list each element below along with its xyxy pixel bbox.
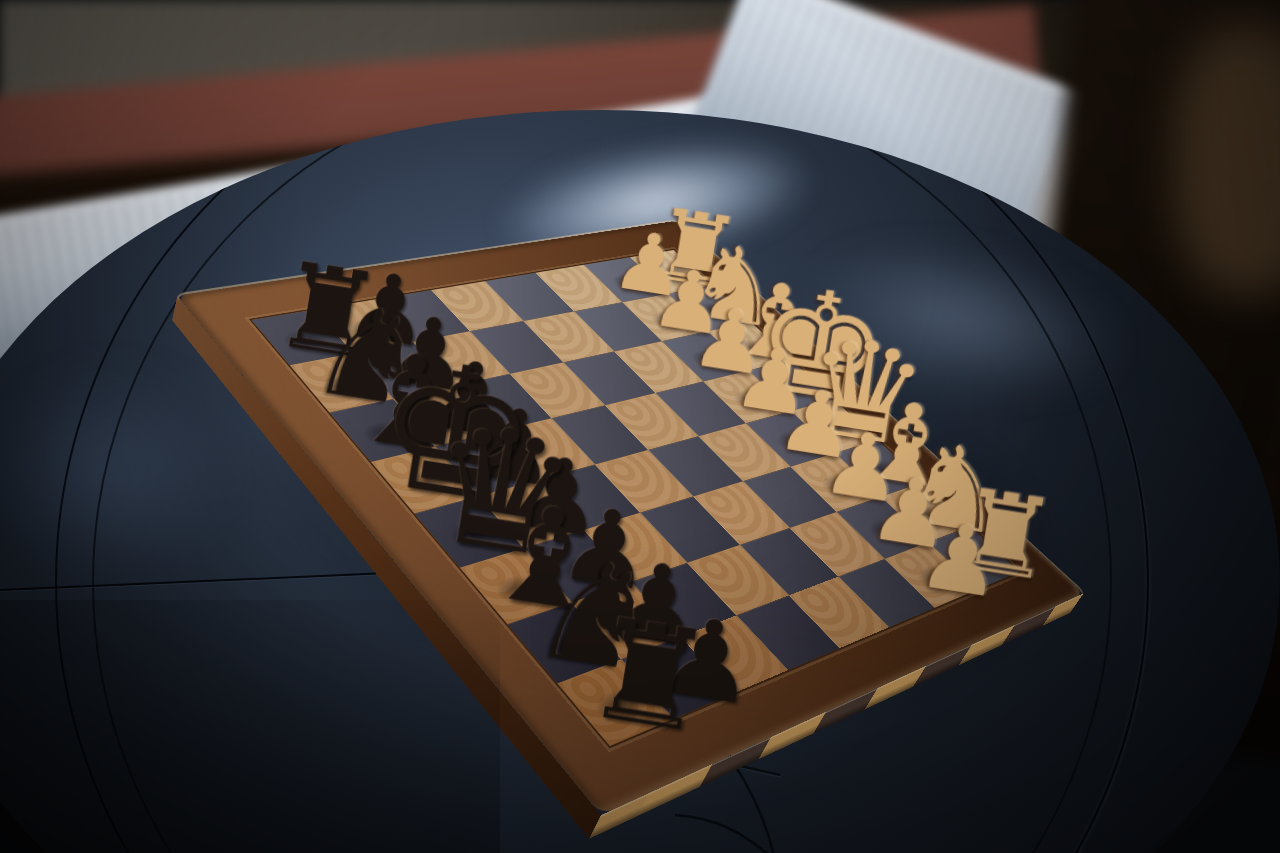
piece-black-rook: ♜ bbox=[579, 611, 719, 740]
chessboard-photo-scene: ♜♟♟♜♞♟♟♞♝♟♟♝♚♟♟♚♛♟♟♛♝♟♟♝♞♟♟♞♜♟♟♜ bbox=[0, 0, 1280, 853]
chess-board-3d: ♜♟♟♜♞♟♟♞♝♟♟♝♚♟♟♚♛♟♟♛♝♟♟♝♞♟♟♞♜♟♟♜ bbox=[177, 221, 1084, 816]
board-grid: ♜♟♟♜♞♟♟♞♝♟♟♝♚♟♟♚♛♟♟♛♝♟♟♝♞♟♟♞♜♟♟♜ bbox=[252, 250, 1020, 746]
chess-board: ♜♟♟♜♞♟♟♞♝♟♟♝♚♟♟♚♛♟♟♛♝♟♟♝♞♟♟♞♜♟♟♜ bbox=[259, 61, 1037, 839]
board-frame: ♜♟♟♜♞♟♟♞♝♟♟♝♚♟♟♚♛♟♟♛♝♟♟♝♞♟♟♞♜♟♟♜ bbox=[177, 221, 1084, 816]
piece-white-pawn: ♟ bbox=[915, 517, 1009, 603]
